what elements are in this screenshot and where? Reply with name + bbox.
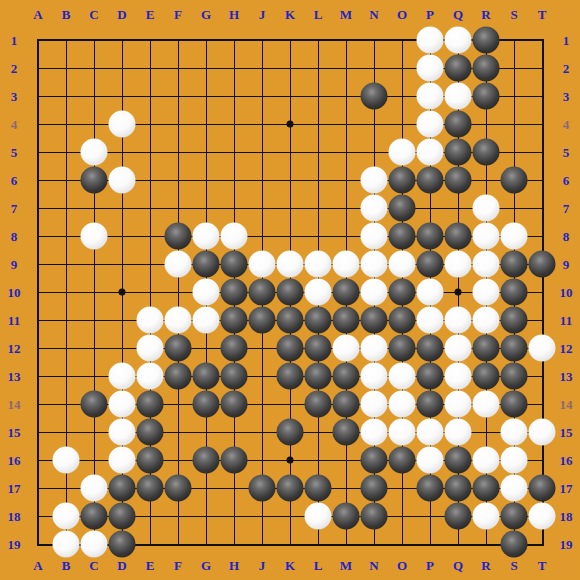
point-T3[interactable] [528,82,556,110]
point-D18 [108,502,136,530]
point-A14[interactable] [24,390,52,418]
point-E5[interactable] [136,138,164,166]
point-F12 [164,334,192,362]
point-B6[interactable] [52,166,80,194]
point-A2[interactable] [24,54,52,82]
white-stone [445,27,472,54]
white-stone [389,419,416,446]
point-A12[interactable] [24,334,52,362]
point-E1[interactable] [136,26,164,54]
point-N5[interactable] [360,138,388,166]
point-L4[interactable] [304,110,332,138]
point-K5[interactable] [276,138,304,166]
black-stone [109,475,136,502]
point-J4[interactable] [248,110,276,138]
black-stone [305,363,332,390]
point-L1[interactable] [304,26,332,54]
point-B8[interactable] [52,222,80,250]
point-R19[interactable] [472,530,500,558]
point-B7[interactable] [52,194,80,222]
point-T17 [528,474,556,502]
point-R10 [472,278,500,306]
point-P9 [416,250,444,278]
point-M16[interactable] [332,446,360,474]
point-B14[interactable] [52,390,80,418]
point-R6[interactable] [472,166,500,194]
black-stone [137,447,164,474]
white-stone [193,279,220,306]
point-K16[interactable] [276,446,304,474]
black-stone [445,447,472,474]
black-stone [333,279,360,306]
point-P14 [416,390,444,418]
point-E6[interactable] [136,166,164,194]
point-R2 [472,54,500,82]
point-H15[interactable] [220,418,248,446]
point-F6[interactable] [164,166,192,194]
point-A16[interactable] [24,446,52,474]
row-label-left: 9 [11,258,18,271]
point-C11[interactable] [80,306,108,334]
point-L7[interactable] [304,194,332,222]
point-T8[interactable] [528,222,556,250]
point-K14[interactable] [276,390,304,418]
point-T19[interactable] [528,530,556,558]
point-D8[interactable] [108,222,136,250]
point-K13 [276,362,304,390]
point-C2[interactable] [80,54,108,82]
point-B3[interactable] [52,82,80,110]
point-S4[interactable] [500,110,528,138]
white-stone [417,139,444,166]
white-stone [473,447,500,474]
point-Q10[interactable] [444,278,472,306]
point-D10[interactable] [108,278,136,306]
point-A19[interactable] [24,530,52,558]
point-S1[interactable] [500,26,528,54]
point-G4[interactable] [192,110,220,138]
point-K3[interactable] [276,82,304,110]
point-K7[interactable] [276,194,304,222]
white-stone [473,223,500,250]
point-G2[interactable] [192,54,220,82]
point-K9 [276,250,304,278]
black-stone [389,335,416,362]
point-H3[interactable] [220,82,248,110]
point-P11 [416,306,444,334]
column-label-top: S [510,8,517,21]
point-J19[interactable] [248,530,276,558]
black-stone [333,419,360,446]
point-J18[interactable] [248,502,276,530]
point-B11[interactable] [52,306,80,334]
point-A9[interactable] [24,250,52,278]
point-J14[interactable] [248,390,276,418]
point-G19[interactable] [192,530,220,558]
point-T13[interactable] [528,362,556,390]
point-D7[interactable] [108,194,136,222]
point-M8[interactable] [332,222,360,250]
black-stone [473,27,500,54]
point-F18[interactable] [164,502,192,530]
black-stone [249,307,276,334]
point-S3[interactable] [500,82,528,110]
column-label-top: H [229,8,239,21]
point-M19[interactable] [332,530,360,558]
point-D3[interactable] [108,82,136,110]
point-G7[interactable] [192,194,220,222]
white-stone [445,307,472,334]
point-K18[interactable] [276,502,304,530]
white-stone [417,55,444,82]
point-A1[interactable] [24,26,52,54]
white-stone [417,307,444,334]
point-P7[interactable] [416,194,444,222]
point-T11[interactable] [528,306,556,334]
point-H7[interactable] [220,194,248,222]
point-G15[interactable] [192,418,220,446]
point-E17 [136,474,164,502]
point-J16[interactable] [248,446,276,474]
point-E11 [136,306,164,334]
point-J13[interactable] [248,362,276,390]
point-J6[interactable] [248,166,276,194]
point-F7[interactable] [164,194,192,222]
point-T10[interactable] [528,278,556,306]
point-E4[interactable] [136,110,164,138]
point-T16[interactable] [528,446,556,474]
point-A10[interactable] [24,278,52,306]
black-stone [221,251,248,278]
point-E3[interactable] [136,82,164,110]
point-Q4 [444,110,472,138]
point-Q1 [444,26,472,54]
white-stone [193,223,220,250]
point-D13 [108,362,136,390]
point-K6[interactable] [276,166,304,194]
point-N15 [360,418,388,446]
point-C4[interactable] [80,110,108,138]
point-S6 [500,166,528,194]
point-H5[interactable] [220,138,248,166]
point-A4[interactable] [24,110,52,138]
point-J2[interactable] [248,54,276,82]
point-N4[interactable] [360,110,388,138]
point-B10[interactable] [52,278,80,306]
point-C13[interactable] [80,362,108,390]
point-N12 [360,334,388,362]
point-H1[interactable] [220,26,248,54]
point-T5[interactable] [528,138,556,166]
point-G12[interactable] [192,334,220,362]
white-stone [473,195,500,222]
column-label-bottom: L [314,559,323,572]
point-A6[interactable] [24,166,52,194]
point-L2[interactable] [304,54,332,82]
black-stone [473,83,500,110]
black-stone [361,503,388,530]
point-B12[interactable] [52,334,80,362]
point-F3[interactable] [164,82,192,110]
point-E19[interactable] [136,530,164,558]
white-stone [305,503,332,530]
point-A3[interactable] [24,82,52,110]
point-E10[interactable] [136,278,164,306]
point-F10[interactable] [164,278,192,306]
point-P12 [416,334,444,362]
point-O17[interactable] [388,474,416,502]
point-B1[interactable] [52,26,80,54]
point-G9 [192,250,220,278]
black-stone [137,391,164,418]
point-E7[interactable] [136,194,164,222]
point-H6[interactable] [220,166,248,194]
point-O4[interactable] [388,110,416,138]
point-Q19[interactable] [444,530,472,558]
white-stone [445,335,472,362]
white-stone [109,363,136,390]
black-stone [277,475,304,502]
point-S2[interactable] [500,54,528,82]
point-N16 [360,446,388,474]
white-stone [53,531,80,558]
point-O3[interactable] [388,82,416,110]
point-P19[interactable] [416,530,444,558]
point-K4[interactable] [276,110,304,138]
point-G11 [192,306,220,334]
point-J7[interactable] [248,194,276,222]
white-stone [501,223,528,250]
point-B15[interactable] [52,418,80,446]
point-N18 [360,502,388,530]
point-M6[interactable] [332,166,360,194]
point-F14[interactable] [164,390,192,418]
point-C1[interactable] [80,26,108,54]
point-T6[interactable] [528,166,556,194]
point-L3[interactable] [304,82,332,110]
point-G1[interactable] [192,26,220,54]
point-M3[interactable] [332,82,360,110]
point-S13 [500,362,528,390]
point-F4[interactable] [164,110,192,138]
point-F15[interactable] [164,418,192,446]
black-stone [193,447,220,474]
point-S5[interactable] [500,138,528,166]
point-M2[interactable] [332,54,360,82]
point-G6[interactable] [192,166,220,194]
black-stone [529,475,556,502]
white-stone [417,447,444,474]
row-label-left: 16 [8,454,21,467]
point-L19[interactable] [304,530,332,558]
point-M5[interactable] [332,138,360,166]
point-F5[interactable] [164,138,192,166]
point-B9[interactable] [52,250,80,278]
point-J17 [248,474,276,502]
point-M1[interactable] [332,26,360,54]
point-N10 [360,278,388,306]
point-A13[interactable] [24,362,52,390]
black-stone [445,139,472,166]
point-D5[interactable] [108,138,136,166]
point-S9 [500,250,528,278]
point-D12[interactable] [108,334,136,362]
point-S7[interactable] [500,194,528,222]
point-L16[interactable] [304,446,332,474]
point-N9 [360,250,388,278]
point-L13 [304,362,332,390]
white-stone [473,391,500,418]
row-label-right: 8 [563,230,570,243]
point-M17[interactable] [332,474,360,502]
point-A18[interactable] [24,502,52,530]
point-P13 [416,362,444,390]
point-T2[interactable] [528,54,556,82]
point-J15[interactable] [248,418,276,446]
point-F19[interactable] [164,530,192,558]
point-L6[interactable] [304,166,332,194]
point-A11[interactable] [24,306,52,334]
point-T1[interactable] [528,26,556,54]
point-L8[interactable] [304,222,332,250]
point-L15[interactable] [304,418,332,446]
point-N19[interactable] [360,530,388,558]
point-A15[interactable] [24,418,52,446]
point-T14[interactable] [528,390,556,418]
point-O18[interactable] [388,502,416,530]
white-stone [165,251,192,278]
point-C3[interactable] [80,82,108,110]
point-D16 [108,446,136,474]
point-J8[interactable] [248,222,276,250]
point-E8[interactable] [136,222,164,250]
point-T7[interactable] [528,194,556,222]
point-P18[interactable] [416,502,444,530]
column-label-top: F [174,8,182,21]
point-C12[interactable] [80,334,108,362]
point-D6 [108,166,136,194]
point-K19[interactable] [276,530,304,558]
point-Q7[interactable] [444,194,472,222]
point-B17[interactable] [52,474,80,502]
point-C7[interactable] [80,194,108,222]
point-M10 [332,278,360,306]
point-A8[interactable] [24,222,52,250]
point-A7[interactable] [24,194,52,222]
point-E18[interactable] [136,502,164,530]
point-J3[interactable] [248,82,276,110]
point-B4[interactable] [52,110,80,138]
point-R4[interactable] [472,110,500,138]
point-K2[interactable] [276,54,304,82]
point-F1[interactable] [164,26,192,54]
point-A5[interactable] [24,138,52,166]
row-label-left: 12 [8,342,21,355]
point-O2[interactable] [388,54,416,82]
point-D2[interactable] [108,54,136,82]
point-G3[interactable] [192,82,220,110]
point-B13[interactable] [52,362,80,390]
point-C15[interactable] [80,418,108,446]
black-stone [473,475,500,502]
point-K8[interactable] [276,222,304,250]
point-O19[interactable] [388,530,416,558]
row-label-right: 6 [563,174,570,187]
point-H18[interactable] [220,502,248,530]
point-Q18 [444,502,472,530]
point-F16[interactable] [164,446,192,474]
point-O1[interactable] [388,26,416,54]
point-J1[interactable] [248,26,276,54]
black-stone [529,251,556,278]
black-stone [389,307,416,334]
point-C17 [80,474,108,502]
point-O7 [388,194,416,222]
point-Q13 [444,362,472,390]
point-N11 [360,306,388,334]
point-L18 [304,502,332,530]
point-C16[interactable] [80,446,108,474]
point-D1[interactable] [108,26,136,54]
point-Q2 [444,54,472,82]
point-G5[interactable] [192,138,220,166]
point-R15[interactable] [472,418,500,446]
point-C8 [80,222,108,250]
black-stone [333,307,360,334]
point-H17[interactable] [220,474,248,502]
point-C9[interactable] [80,250,108,278]
point-T4[interactable] [528,110,556,138]
point-J5[interactable] [248,138,276,166]
point-H2[interactable] [220,54,248,82]
point-E9[interactable] [136,250,164,278]
point-G17[interactable] [192,474,220,502]
row-label-right: 17 [560,482,573,495]
point-G18[interactable] [192,502,220,530]
point-H4[interactable] [220,110,248,138]
white-stone [361,363,388,390]
black-stone [445,111,472,138]
point-B2[interactable] [52,54,80,82]
point-N17 [360,474,388,502]
point-R13 [472,362,500,390]
point-A17[interactable] [24,474,52,502]
point-K1[interactable] [276,26,304,54]
point-N6 [360,166,388,194]
point-N8 [360,222,388,250]
point-D9[interactable] [108,250,136,278]
point-M7[interactable] [332,194,360,222]
point-C10[interactable] [80,278,108,306]
point-R17 [472,474,500,502]
point-R18 [472,502,500,530]
black-stone [473,55,500,82]
point-E2[interactable] [136,54,164,82]
point-D11[interactable] [108,306,136,334]
point-C6 [80,166,108,194]
column-label-top: M [340,8,352,21]
black-stone [165,363,192,390]
point-J12[interactable] [248,334,276,362]
point-L5[interactable] [304,138,332,166]
point-F2[interactable] [164,54,192,82]
point-H19[interactable] [220,530,248,558]
black-stone [445,223,472,250]
point-B5[interactable] [52,138,80,166]
point-N1[interactable] [360,26,388,54]
point-N2[interactable] [360,54,388,82]
point-M4[interactable] [332,110,360,138]
